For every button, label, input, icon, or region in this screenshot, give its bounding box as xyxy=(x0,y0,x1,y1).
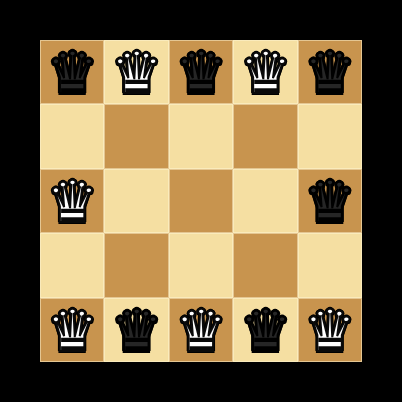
page-background: ♛♛♛♛♛♛♛♛♛♛♛♛ xyxy=(0,0,402,402)
square-c2[interactable] xyxy=(169,233,233,297)
white-queen: ♛ xyxy=(111,44,163,102)
square-d1[interactable]: ♛ xyxy=(233,298,297,362)
black-queen: ♛ xyxy=(111,302,163,360)
white-queen: ♛ xyxy=(304,302,356,360)
square-a2[interactable] xyxy=(40,233,104,297)
white-queen: ♛ xyxy=(46,302,98,360)
black-queen: ♛ xyxy=(239,302,291,360)
square-c1[interactable]: ♛ xyxy=(169,298,233,362)
square-d2[interactable] xyxy=(233,233,297,297)
black-queen: ♛ xyxy=(46,44,98,102)
board: ♛♛♛♛♛♛♛♛♛♛♛♛ xyxy=(40,40,362,362)
white-queen: ♛ xyxy=(46,173,98,231)
square-e1[interactable]: ♛ xyxy=(298,298,362,362)
square-a3[interactable]: ♛ xyxy=(40,169,104,233)
square-a4[interactable] xyxy=(40,104,104,168)
square-d3[interactable] xyxy=(233,169,297,233)
square-c4[interactable] xyxy=(169,104,233,168)
white-queen: ♛ xyxy=(239,44,291,102)
square-e3[interactable]: ♛ xyxy=(298,169,362,233)
square-b5[interactable]: ♛ xyxy=(104,40,168,104)
square-d5[interactable]: ♛ xyxy=(233,40,297,104)
square-e4[interactable] xyxy=(298,104,362,168)
square-b4[interactable] xyxy=(104,104,168,168)
black-queen: ♛ xyxy=(175,44,227,102)
square-e2[interactable] xyxy=(298,233,362,297)
square-e5[interactable]: ♛ xyxy=(298,40,362,104)
square-a5[interactable]: ♛ xyxy=(40,40,104,104)
white-queen: ♛ xyxy=(175,302,227,360)
square-c5[interactable]: ♛ xyxy=(169,40,233,104)
square-b3[interactable] xyxy=(104,169,168,233)
black-queen: ♛ xyxy=(304,44,356,102)
square-d4[interactable] xyxy=(233,104,297,168)
square-b2[interactable] xyxy=(104,233,168,297)
square-b1[interactable]: ♛ xyxy=(104,298,168,362)
square-c3[interactable] xyxy=(169,169,233,233)
black-queen: ♛ xyxy=(304,173,356,231)
square-a1[interactable]: ♛ xyxy=(40,298,104,362)
